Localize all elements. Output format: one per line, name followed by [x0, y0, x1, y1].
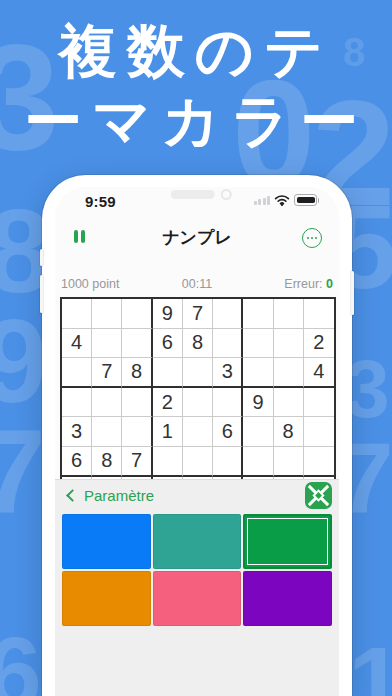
back-button[interactable]: Paramètre: [68, 487, 154, 504]
speaker-icon: [171, 190, 215, 199]
sudoku-cell-r3c1[interactable]: [62, 358, 92, 388]
status-bar: 9:59: [55, 187, 339, 215]
timer-label: 00:11: [182, 277, 212, 291]
more-options-button[interactable]: [302, 228, 322, 248]
sudoku-cell-r2c8[interactable]: [274, 329, 304, 359]
phone-mockup: 9:59: [42, 175, 352, 696]
sudoku-cell-r6c2[interactable]: 8: [92, 447, 122, 477]
sudoku-cell-r3c9[interactable]: 4: [304, 358, 334, 388]
points-label: 1000 point: [61, 277, 119, 291]
sudoku-cell-r2c2[interactable]: [92, 329, 122, 359]
theme-swatch-purple[interactable]: [243, 571, 332, 626]
banner-title-line2: ーマカラー: [0, 86, 392, 156]
theme-swatch-blue[interactable]: [62, 514, 151, 569]
sudoku-cell-r6c5[interactable]: [183, 447, 213, 477]
sudoku-cell-r6c4[interactable]: [153, 447, 183, 477]
back-label: Paramètre: [84, 487, 154, 504]
sudoku-cell-r3c6[interactable]: 3: [213, 358, 243, 388]
sudoku-cell-r2c7[interactable]: [243, 329, 273, 359]
theme-swatch-pink[interactable]: [153, 571, 242, 626]
sudoku-cell-r4c4[interactable]: 2: [153, 388, 183, 418]
sudoku-cell-r6c9[interactable]: [304, 447, 334, 477]
background-digit: 6: [0, 622, 42, 696]
sudoku-cell-r4c7[interactable]: 9: [243, 388, 273, 418]
sudoku-cell-r1c9[interactable]: [304, 299, 334, 329]
wifi-icon: [274, 194, 290, 206]
sudoku-cell-r2c5[interactable]: 8: [183, 329, 213, 359]
error-label: Erreur:: [284, 277, 322, 291]
sudoku-cell-r2c1[interactable]: 4: [62, 329, 92, 359]
banner-title-line1: 複数のテ: [0, 16, 392, 86]
sudoku-cell-r4c2[interactable]: [92, 388, 122, 418]
sudoku-cell-r6c6[interactable]: [213, 447, 243, 477]
banner-title: 複数のテ ーマカラー: [0, 16, 392, 156]
sudoku-cell-r5c9[interactable]: [304, 417, 334, 447]
theme-swatches: [62, 514, 332, 626]
sudoku-cell-r1c1[interactable]: [62, 299, 92, 329]
theme-swatch-green[interactable]: [243, 514, 332, 569]
pause-button[interactable]: [74, 230, 85, 243]
theme-color-icon[interactable]: [305, 482, 332, 509]
chevron-left-icon: [66, 489, 79, 502]
sudoku-cell-r1c5[interactable]: 7: [183, 299, 213, 329]
sudoku-cell-r5c5[interactable]: [183, 417, 213, 447]
battery-icon: [294, 194, 317, 206]
volume-button: [40, 275, 43, 313]
app-store-screenshot: 380285937761 複数のテ ーマカラー 9:59: [0, 0, 392, 696]
sudoku-cell-r3c7[interactable]: [243, 358, 273, 388]
sudoku-cell-r3c4[interactable]: [153, 358, 183, 388]
sudoku-cell-r4c9[interactable]: [304, 388, 334, 418]
sudoku-cell-r6c8[interactable]: [274, 447, 304, 477]
theme-panel: Paramètre: [55, 479, 339, 696]
sudoku-cell-r6c1[interactable]: 6: [62, 447, 92, 477]
sudoku-cell-r1c7[interactable]: [243, 299, 273, 329]
sudoku-cell-r3c8[interactable]: [274, 358, 304, 388]
sudoku-cell-r3c3[interactable]: 8: [122, 358, 152, 388]
sudoku-cell-r3c2[interactable]: 7: [92, 358, 122, 388]
speaker-notch: [171, 189, 232, 200]
sudoku-cell-r5c8[interactable]: 8: [274, 417, 304, 447]
sudoku-cell-r4c5[interactable]: [183, 388, 213, 418]
sudoku-cell-r4c3[interactable]: [122, 388, 152, 418]
error-counter: Erreur: 0: [284, 277, 333, 291]
sudoku-cell-r5c1[interactable]: 3: [62, 417, 92, 447]
sudoku-cell-r3c5[interactable]: [183, 358, 213, 388]
sudoku-cell-r2c9[interactable]: 2: [304, 329, 334, 359]
background-digit: 9: [0, 302, 48, 420]
background-digit: 7: [0, 412, 46, 530]
sudoku-board: 9746827834293168687: [60, 297, 336, 487]
app-title: ナンプレ: [55, 221, 339, 255]
theme-swatch-teal[interactable]: [153, 514, 242, 569]
sudoku-cell-r5c7[interactable]: [243, 417, 273, 447]
sudoku-cell-r6c7[interactable]: [243, 447, 273, 477]
sudoku-cell-r4c6[interactable]: [213, 388, 243, 418]
background-digit: 1: [348, 632, 392, 696]
sudoku-cell-r6c3[interactable]: 7: [122, 447, 152, 477]
sudoku-cell-r2c4[interactable]: 6: [153, 329, 183, 359]
mute-switch: [40, 249, 43, 266]
sudoku-cell-r1c2[interactable]: [92, 299, 122, 329]
error-count: 0: [326, 277, 333, 291]
sudoku-cell-r5c4[interactable]: 1: [153, 417, 183, 447]
cellular-signal-icon: [254, 196, 270, 205]
theme-swatch-orange[interactable]: [62, 571, 151, 626]
sudoku-cell-r5c2[interactable]: [92, 417, 122, 447]
sudoku-cell-r1c4[interactable]: 9: [153, 299, 183, 329]
sudoku-cell-r1c6[interactable]: [213, 299, 243, 329]
sudoku-cell-r5c3[interactable]: [122, 417, 152, 447]
status-time: 9:59: [85, 193, 116, 210]
app-header: ナンプレ: [55, 221, 339, 257]
sudoku-cell-r4c1[interactable]: [62, 388, 92, 418]
theme-panel-header: Paramètre: [55, 480, 339, 512]
power-button: [351, 271, 354, 315]
sudoku-cell-r5c6[interactable]: 6: [213, 417, 243, 447]
sudoku-cell-r1c8[interactable]: [274, 299, 304, 329]
sudoku-cell-r2c3[interactable]: [122, 329, 152, 359]
sudoku-cell-r1c3[interactable]: [122, 299, 152, 329]
phone-screen: 9:59: [55, 187, 339, 696]
sudoku-cell-r4c8[interactable]: [274, 388, 304, 418]
sudoku-cell-r2c6[interactable]: [213, 329, 243, 359]
camera-icon: [221, 189, 232, 200]
